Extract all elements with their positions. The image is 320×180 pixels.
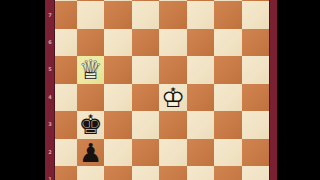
piece-black-king[interactable]: ♚	[77, 111, 104, 138]
square-c5[interactable]	[104, 56, 131, 83]
square-c7[interactable]	[104, 1, 131, 28]
square-f4[interactable]	[187, 84, 214, 111]
white-queen-outline: ♕	[77, 56, 104, 83]
chess-board-viewport: ♛♕♚♔♚♟ 7654321	[45, 0, 277, 180]
square-c6[interactable]	[104, 29, 131, 56]
piece-black-pawn[interactable]: ♟	[77, 139, 104, 166]
square-h1[interactable]	[242, 166, 269, 180]
square-b5[interactable]: ♛♕	[77, 56, 104, 83]
rank-label-3: 3	[45, 121, 55, 128]
square-c1[interactable]	[104, 166, 131, 180]
rank-label-5: 5	[45, 66, 55, 73]
letterbox-left	[0, 0, 45, 180]
square-g5[interactable]	[214, 56, 241, 83]
rank-label-1: 1	[45, 176, 55, 180]
square-e1[interactable]	[159, 166, 186, 180]
square-f5[interactable]	[187, 56, 214, 83]
rank-label-4: 4	[45, 94, 55, 101]
square-d7[interactable]	[132, 1, 159, 28]
piece-white-queen[interactable]: ♛♕	[77, 56, 104, 83]
square-h7[interactable]	[242, 1, 269, 28]
piece-white-king[interactable]: ♚♔	[159, 84, 186, 111]
square-e3[interactable]	[159, 111, 186, 138]
square-d3[interactable]	[132, 111, 159, 138]
board-frame-left: 7654321	[45, 0, 55, 180]
square-f3[interactable]	[187, 111, 214, 138]
square-f2[interactable]	[187, 139, 214, 166]
square-f7[interactable]	[187, 1, 214, 28]
square-d5[interactable]	[132, 56, 159, 83]
square-h2[interactable]	[242, 139, 269, 166]
square-h4[interactable]	[242, 84, 269, 111]
chess-video-frame: ♛♕♚♔♚♟ 7654321	[0, 0, 320, 180]
square-g4[interactable]	[214, 84, 241, 111]
rank-label-2: 2	[45, 149, 55, 156]
square-c3[interactable]	[104, 111, 131, 138]
square-e4[interactable]: ♚♔	[159, 84, 186, 111]
square-b4[interactable]	[77, 84, 104, 111]
rank-label-6: 6	[45, 39, 55, 46]
square-g6[interactable]	[214, 29, 241, 56]
square-g1[interactable]	[214, 166, 241, 180]
chess-board: ♛♕♚♔♚♟	[50, 0, 269, 180]
square-d2[interactable]	[132, 139, 159, 166]
square-d6[interactable]	[132, 29, 159, 56]
square-g2[interactable]	[214, 139, 241, 166]
square-b6[interactable]	[77, 29, 104, 56]
square-b7[interactable]	[77, 1, 104, 28]
rank-label-7: 7	[45, 12, 55, 19]
square-h6[interactable]	[242, 29, 269, 56]
square-h3[interactable]	[242, 111, 269, 138]
square-g3[interactable]	[214, 111, 241, 138]
square-b3[interactable]: ♚	[77, 111, 104, 138]
board-frame-right	[269, 0, 277, 180]
square-e6[interactable]	[159, 29, 186, 56]
square-h5[interactable]	[242, 56, 269, 83]
square-b2[interactable]: ♟	[77, 139, 104, 166]
square-d1[interactable]	[132, 166, 159, 180]
square-c2[interactable]	[104, 139, 131, 166]
square-e2[interactable]	[159, 139, 186, 166]
square-b1[interactable]	[77, 166, 104, 180]
square-d4[interactable]	[132, 84, 159, 111]
letterbox-right	[277, 0, 320, 180]
square-c4[interactable]	[104, 84, 131, 111]
square-e5[interactable]	[159, 56, 186, 83]
white-king-outline: ♔	[159, 84, 186, 111]
square-e7[interactable]	[159, 1, 186, 28]
square-f1[interactable]	[187, 166, 214, 180]
square-g7[interactable]	[214, 1, 241, 28]
square-f6[interactable]	[187, 29, 214, 56]
